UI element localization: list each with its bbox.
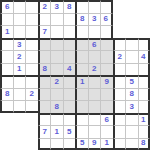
- cell-r8c7-empty[interactable]: [75, 88, 88, 101]
- cell-r7c6-empty[interactable]: [63, 75, 76, 88]
- cell-r3c4-given[interactable]: 7: [38, 25, 51, 38]
- cell-r1c3-empty[interactable]: [25, 0, 38, 13]
- cell-r4c4-empty[interactable]: [38, 38, 51, 51]
- cell-r6c11-empty[interactable]: [125, 63, 138, 76]
- cell-r5c3-empty[interactable]: [25, 50, 38, 63]
- outside-cell-r3c10: [113, 25, 126, 38]
- cell-r12c10-empty[interactable]: [113, 138, 126, 151]
- cell-r9c5-given[interactable]: 8: [50, 100, 63, 113]
- cell-r7c4-empty[interactable]: [38, 75, 51, 88]
- cell-r12c4-empty[interactable]: [38, 138, 51, 151]
- cell-r1c4-given[interactable]: 2: [38, 0, 51, 13]
- cell-r3c8-empty[interactable]: [88, 25, 101, 38]
- cell-r11c7-empty[interactable]: [75, 125, 88, 138]
- cell-r8c3-given[interactable]: 2: [25, 88, 38, 101]
- cell-r5c10-given[interactable]: 2: [113, 50, 126, 63]
- cell-r3c7-empty[interactable]: [75, 25, 88, 38]
- cell-r9c1-empty[interactable]: [0, 100, 13, 113]
- cell-r4c9-empty[interactable]: [100, 38, 113, 51]
- cell-r5c8-empty[interactable]: [88, 50, 101, 63]
- cell-r6c8-given[interactable]: 2: [88, 63, 101, 76]
- cell-r7c3-empty[interactable]: [25, 75, 38, 88]
- cell-r9c3-empty[interactable]: [25, 100, 38, 113]
- cell-r3c6-empty[interactable]: [63, 25, 76, 38]
- cell-r9c7-empty[interactable]: [75, 100, 88, 113]
- cell-r9c10-empty[interactable]: [113, 100, 126, 113]
- outside-cell-r3c12: [138, 25, 151, 38]
- cell-r7c7-given[interactable]: 1: [75, 75, 88, 88]
- cell-r7c8-empty[interactable]: [88, 75, 101, 88]
- outside-cell-r12c2: [13, 138, 26, 151]
- cell-r11c8-empty[interactable]: [88, 125, 101, 138]
- cell-r1c7-empty[interactable]: [75, 0, 88, 13]
- cell-r10c11-empty[interactable]: [125, 113, 138, 126]
- outside-cell-r2c12: [138, 13, 151, 26]
- cell-r3c5-empty[interactable]: [50, 25, 63, 38]
- cell-r9c11-given[interactable]: 3: [125, 100, 138, 113]
- cell-r10c4-empty[interactable]: [38, 113, 51, 126]
- cell-r2c8-given[interactable]: 3: [88, 13, 101, 26]
- cell-r8c10-empty[interactable]: [113, 88, 126, 101]
- cell-r5c1-empty[interactable]: [0, 50, 13, 63]
- cell-r2c2-empty[interactable]: [13, 13, 26, 26]
- outside-cell-r2c11: [125, 13, 138, 26]
- cell-r4c7-empty[interactable]: [75, 38, 88, 51]
- cell-r4c2-given[interactable]: 3: [13, 38, 26, 51]
- outside-cell-r1c12: [138, 0, 151, 13]
- cell-r8c2-empty[interactable]: [13, 88, 26, 101]
- cell-r7c11-given[interactable]: 5: [125, 75, 138, 88]
- outside-cell-r11c2: [13, 125, 26, 138]
- cell-r11c9-empty[interactable]: [100, 125, 113, 138]
- cell-r1c9-empty[interactable]: [100, 0, 113, 13]
- cell-r7c9-given[interactable]: 9: [100, 75, 113, 88]
- cell-r9c4-empty[interactable]: [38, 100, 51, 113]
- cell-r6c9-empty[interactable]: [100, 63, 113, 76]
- cell-r1c5-given[interactable]: 3: [50, 0, 63, 13]
- cell-r10c5-empty[interactable]: [50, 113, 63, 126]
- outside-cell-r11c3: [25, 125, 38, 138]
- puzzle-page: 623883617362241842219582883617155918: [0, 0, 150, 150]
- sudoku-twins-board: 623883617362241842219582883617155918: [0, 0, 150, 150]
- cell-r11c6-given[interactable]: 5: [63, 125, 76, 138]
- outside-cell-r10c2: [13, 113, 26, 126]
- cell-r4c6-empty[interactable]: [63, 38, 76, 51]
- cell-r10c7-empty[interactable]: [75, 113, 88, 126]
- cell-r12c8-given[interactable]: 9: [88, 138, 101, 151]
- cell-r10c9-given[interactable]: 6: [100, 113, 113, 126]
- cell-r2c9-given[interactable]: 6: [100, 13, 113, 26]
- cell-r8c11-given[interactable]: 8: [125, 88, 138, 101]
- cell-r10c10-empty[interactable]: [113, 113, 126, 126]
- cell-r6c1-empty[interactable]: [0, 63, 13, 76]
- cell-r9c2-empty[interactable]: [13, 100, 26, 113]
- cell-r4c10-empty[interactable]: [113, 38, 126, 51]
- cell-r4c11-empty[interactable]: [125, 38, 138, 51]
- cell-r4c8-given[interactable]: 6: [88, 38, 101, 51]
- outside-cell-r3c11: [125, 25, 138, 38]
- cell-r8c6-empty[interactable]: [63, 88, 76, 101]
- cell-r10c8-empty[interactable]: [88, 113, 101, 126]
- cell-r6c10-empty[interactable]: [113, 63, 126, 76]
- cell-r12c7-given[interactable]: 5: [75, 138, 88, 151]
- cell-r2c7-given[interactable]: 8: [75, 13, 88, 26]
- outside-cell-r1c10: [113, 0, 126, 13]
- cell-r7c10-empty[interactable]: [113, 75, 126, 88]
- cell-r4c1-empty[interactable]: [0, 38, 13, 51]
- cell-r4c12-empty[interactable]: [138, 38, 151, 51]
- outside-cell-r10c3: [25, 113, 38, 126]
- cell-r2c3-empty[interactable]: [25, 13, 38, 26]
- cell-r8c4-empty[interactable]: [38, 88, 51, 101]
- cell-r7c12-empty[interactable]: [138, 75, 151, 88]
- cell-r9c9-empty[interactable]: [100, 100, 113, 113]
- cell-r4c5-empty[interactable]: [50, 38, 63, 51]
- cell-r8c12-empty[interactable]: [138, 88, 151, 101]
- cell-r12c5-empty[interactable]: [50, 138, 63, 151]
- cell-r3c2-empty[interactable]: [13, 25, 26, 38]
- cell-r1c8-empty[interactable]: [88, 0, 101, 13]
- cell-r7c1-empty[interactable]: [0, 75, 13, 88]
- cell-r11c10-empty[interactable]: [113, 125, 126, 138]
- cell-r3c3-empty[interactable]: [25, 25, 38, 38]
- cell-r12c9-given[interactable]: 1: [100, 138, 113, 151]
- cell-r2c1-empty[interactable]: [0, 13, 13, 26]
- cell-r5c9-empty[interactable]: [100, 50, 113, 63]
- cell-r11c11-empty[interactable]: [125, 125, 138, 138]
- cell-r2c4-empty[interactable]: [38, 13, 51, 26]
- cell-r1c2-empty[interactable]: [13, 0, 26, 13]
- cell-r9c12-empty[interactable]: [138, 100, 151, 113]
- cell-r9c6-empty[interactable]: [63, 100, 76, 113]
- cell-r5c11-empty[interactable]: [125, 50, 138, 63]
- cell-r12c11-empty[interactable]: [125, 138, 138, 151]
- cell-r1c6-given[interactable]: 8: [63, 0, 76, 13]
- cell-r5c7-empty[interactable]: [75, 50, 88, 63]
- cell-r6c2-given[interactable]: 1: [13, 63, 26, 76]
- cell-r8c8-empty[interactable]: [88, 88, 101, 101]
- cell-r8c5-empty[interactable]: [50, 88, 63, 101]
- cell-r9c8-empty[interactable]: [88, 100, 101, 113]
- cell-r7c2-empty[interactable]: [13, 75, 26, 88]
- cell-r6c5-empty[interactable]: [50, 63, 63, 76]
- cell-r7c5-given[interactable]: 2: [50, 75, 63, 88]
- cell-r5c2-given[interactable]: 2: [13, 50, 26, 63]
- cell-r2c6-empty[interactable]: [63, 13, 76, 26]
- outside-cell-r12c3: [25, 138, 38, 151]
- cell-r12c6-empty[interactable]: [63, 138, 76, 151]
- cell-r11c4-given[interactable]: 7: [38, 125, 51, 138]
- cell-r4c3-empty[interactable]: [25, 38, 38, 51]
- cell-r6c6-given[interactable]: 4: [63, 63, 76, 76]
- outside-cell-r2c10: [113, 13, 126, 26]
- outside-cell-r10c1: [0, 113, 13, 126]
- cell-r6c7-empty[interactable]: [75, 63, 88, 76]
- cell-r3c1-given[interactable]: 1: [0, 25, 13, 38]
- cell-r5c4-empty[interactable]: [38, 50, 51, 63]
- cell-r6c4-given[interactable]: 8: [38, 63, 51, 76]
- cell-r10c12-given[interactable]: 1: [138, 113, 151, 126]
- cell-r5c6-empty[interactable]: [63, 50, 76, 63]
- cell-r11c5-given[interactable]: 1: [50, 125, 63, 138]
- cell-r12c12-given[interactable]: 8: [138, 138, 151, 151]
- cell-r10c6-empty[interactable]: [63, 113, 76, 126]
- cell-r6c3-empty[interactable]: [25, 63, 38, 76]
- cell-r8c9-empty[interactable]: [100, 88, 113, 101]
- outside-cell-r1c11: [125, 0, 138, 13]
- cell-r5c12-given[interactable]: 4: [138, 50, 151, 63]
- cell-r2c5-empty[interactable]: [50, 13, 63, 26]
- outside-cell-r12c1: [0, 138, 13, 151]
- outside-cell-r11c1: [0, 125, 13, 138]
- cell-r11c12-empty[interactable]: [138, 125, 151, 138]
- cell-r5c5-empty[interactable]: [50, 50, 63, 63]
- cell-r8c1-given[interactable]: 8: [0, 88, 13, 101]
- cell-r1c1-given[interactable]: 6: [0, 0, 13, 13]
- cell-r3c9-empty[interactable]: [100, 25, 113, 38]
- cell-r6c12-empty[interactable]: [138, 63, 151, 76]
